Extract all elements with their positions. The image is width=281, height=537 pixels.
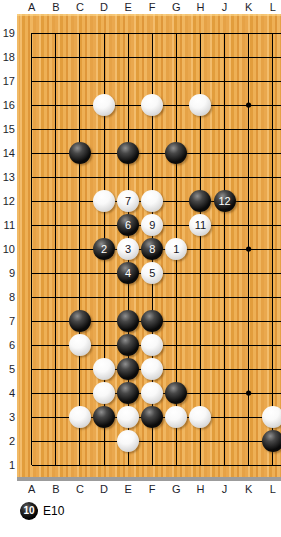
black-stone-E5: [117, 358, 139, 380]
black-stone-F7: [141, 310, 163, 332]
coordinate-label-row-6: 6: [0, 338, 15, 352]
coordinate-label-col-F: F: [143, 482, 161, 496]
white-stone-G10: 1: [165, 238, 187, 260]
coordinate-label-col-D: D: [95, 482, 113, 496]
coordinate-label-row-14: 14: [0, 146, 15, 160]
coordinate-label-col-D: D: [95, 0, 113, 14]
white-stone-D16: [93, 94, 115, 116]
go-board[interactable]: 7126911238145: [17, 14, 281, 477]
coordinate-label-col-G: G: [167, 0, 185, 14]
coordinate-label-col-K: K: [240, 0, 258, 14]
white-stone-D12: [93, 190, 115, 212]
white-stone-E3: [117, 406, 139, 428]
coordinate-label-col-K: K: [240, 482, 258, 496]
white-stone-F5: [141, 358, 163, 380]
coordinate-label-col-H: H: [191, 482, 209, 496]
black-stone-E11: 6: [117, 214, 139, 236]
coordinate-label-row-17: 17: [0, 74, 15, 88]
coordinate-label-col-L: L: [264, 482, 281, 496]
coordinate-label-col-F: F: [143, 0, 161, 14]
coordinate-label-row-15: 15: [0, 122, 15, 136]
black-stone-C14: [69, 142, 91, 164]
coordinate-label-col-E: E: [119, 0, 137, 14]
white-stone-H11: 11: [189, 214, 211, 236]
black-stone-H12: [189, 190, 211, 212]
coordinate-label-col-E: E: [119, 482, 137, 496]
black-stone-E14: [117, 142, 139, 164]
caption-move-point: E10: [43, 504, 64, 518]
white-stone-L3: [262, 406, 281, 428]
white-stone-E10: 3: [117, 238, 139, 260]
coordinate-label-row-8: 8: [0, 290, 15, 304]
white-stone-F9: 5: [141, 262, 163, 284]
coordinate-label-row-7: 7: [0, 314, 15, 328]
coordinate-label-row-12: 12: [0, 194, 15, 208]
coordinate-label-row-2: 2: [0, 434, 15, 448]
coordinate-label-col-H: H: [191, 0, 209, 14]
star-point-K4: [246, 390, 251, 395]
caption-move-stone-icon: 10: [20, 502, 38, 520]
coordinate-label-row-18: 18: [0, 50, 15, 64]
black-stone-E4: [117, 382, 139, 404]
coordinate-label-row-10: 10: [0, 242, 15, 256]
coordinate-label-row-9: 9: [0, 266, 15, 280]
white-stone-E12: 7: [117, 190, 139, 212]
coordinate-label-col-C: C: [71, 482, 89, 496]
white-stone-F6: [141, 334, 163, 356]
black-stone-E6: [117, 334, 139, 356]
coordinate-label-col-A: A: [23, 482, 41, 496]
black-stone-G14: [165, 142, 187, 164]
white-stone-F12: [141, 190, 163, 212]
black-stone-J12: 12: [214, 190, 236, 212]
coordinate-label-col-C: C: [71, 0, 89, 14]
coordinate-label-col-B: B: [47, 0, 65, 14]
white-stone-F4: [141, 382, 163, 404]
coordinate-label-row-1: 1: [0, 458, 15, 472]
white-stone-G3: [165, 406, 187, 428]
coordinate-label-col-B: B: [47, 482, 65, 496]
black-stone-F10: 8: [141, 238, 163, 260]
white-stone-F16: [141, 94, 163, 116]
coordinate-label-row-16: 16: [0, 98, 15, 112]
white-stone-E2: [117, 430, 139, 452]
white-stone-H3: [189, 406, 211, 428]
white-stone-H16: [189, 94, 211, 116]
coordinate-label-col-L: L: [264, 0, 281, 14]
coordinate-label-row-11: 11: [0, 218, 15, 232]
board-shadow: [17, 477, 281, 481]
white-stone-D4: [93, 382, 115, 404]
caption: 10 E10: [20, 501, 64, 520]
star-point-K10: [246, 246, 251, 251]
black-stone-E9: 4: [117, 262, 139, 284]
coordinate-label-col-G: G: [167, 482, 185, 496]
coordinate-label-row-5: 5: [0, 362, 15, 376]
coordinate-label-row-3: 3: [0, 410, 15, 424]
white-stone-C3: [69, 406, 91, 428]
white-stone-C6: [69, 334, 91, 356]
white-stone-F11: 9: [141, 214, 163, 236]
coordinate-label-row-19: 19: [0, 26, 15, 40]
star-point-K16: [246, 102, 251, 107]
coordinate-label-row-13: 13: [0, 170, 15, 184]
go-diagram: ABCDEFGHJKL 1918171615141312111098765432…: [0, 0, 281, 537]
coordinate-label-col-A: A: [23, 0, 41, 14]
black-stone-D10: 2: [93, 238, 115, 260]
coordinate-label-col-J: J: [216, 482, 234, 496]
black-stone-C7: [69, 310, 91, 332]
coordinate-label-col-J: J: [216, 0, 234, 14]
black-stone-E7: [117, 310, 139, 332]
white-stone-D5: [93, 358, 115, 380]
black-stone-F3: [141, 406, 163, 428]
black-stone-G4: [165, 382, 187, 404]
black-stone-D3: [93, 406, 115, 428]
black-stone-L2: [262, 430, 281, 452]
coordinate-label-row-4: 4: [0, 386, 15, 400]
